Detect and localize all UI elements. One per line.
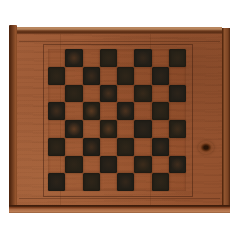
- board-bottom-edge: [9, 205, 230, 213]
- wood-knot: [198, 141, 214, 154]
- board-square: [117, 49, 134, 67]
- board-square: [83, 156, 100, 174]
- board-square: [100, 102, 117, 120]
- board-square: [48, 85, 65, 103]
- board-square: [48, 173, 65, 191]
- board-square: [117, 120, 134, 138]
- scribe-line-top: [19, 41, 220, 42]
- board-square: [152, 138, 169, 156]
- board-square: [48, 49, 65, 67]
- board-square: [83, 173, 100, 191]
- board-square: [65, 102, 82, 120]
- board-square: [83, 102, 100, 120]
- board-square: [48, 102, 65, 120]
- board-square: [169, 49, 186, 67]
- board-square: [152, 102, 169, 120]
- board-square: [152, 120, 169, 138]
- board-square: [83, 120, 100, 138]
- board-square: [169, 156, 186, 174]
- board-square: [134, 67, 151, 85]
- board-square: [134, 173, 151, 191]
- board-square: [117, 138, 134, 156]
- board-square: [117, 85, 134, 103]
- board-square: [65, 85, 82, 103]
- board-top-edge: [17, 27, 222, 34]
- board-square: [152, 85, 169, 103]
- photo-background: [0, 0, 240, 240]
- board-square: [83, 67, 100, 85]
- board-square: [83, 49, 100, 67]
- board-square: [134, 120, 151, 138]
- board-square: [83, 138, 100, 156]
- board-square: [100, 120, 117, 138]
- board-square: [134, 102, 151, 120]
- board-square: [117, 173, 134, 191]
- board-square: [152, 49, 169, 67]
- board-square: [100, 173, 117, 191]
- board-square: [48, 120, 65, 138]
- board-square: [134, 85, 151, 103]
- board-square: [100, 138, 117, 156]
- board-square: [65, 49, 82, 67]
- board-square: [152, 67, 169, 85]
- checkerboard-grid: [48, 49, 186, 191]
- checkers-board: [9, 25, 230, 213]
- board-square: [100, 156, 117, 174]
- board-square: [134, 156, 151, 174]
- board-square: [48, 156, 65, 174]
- board-square: [83, 85, 100, 103]
- board-square: [169, 173, 186, 191]
- board-square: [100, 85, 117, 103]
- board-square: [169, 67, 186, 85]
- board-square: [65, 173, 82, 191]
- board-square: [100, 49, 117, 67]
- scribe-line-bottom: [19, 198, 220, 199]
- board-rail-left: [9, 25, 17, 206]
- board-square: [169, 85, 186, 103]
- board-rail-right: [222, 28, 230, 213]
- board-square: [65, 120, 82, 138]
- board-square: [48, 67, 65, 85]
- board-square: [152, 173, 169, 191]
- board-square: [117, 156, 134, 174]
- board-square: [65, 138, 82, 156]
- board-square: [100, 67, 117, 85]
- board-square: [134, 49, 151, 67]
- board-square: [169, 102, 186, 120]
- board-square: [65, 67, 82, 85]
- board-square: [48, 138, 65, 156]
- board-square: [169, 138, 186, 156]
- board-square: [117, 67, 134, 85]
- board-square: [169, 120, 186, 138]
- board-panel: [17, 34, 222, 205]
- board-square: [152, 156, 169, 174]
- board-square: [117, 102, 134, 120]
- board-square: [65, 156, 82, 174]
- board-square: [134, 138, 151, 156]
